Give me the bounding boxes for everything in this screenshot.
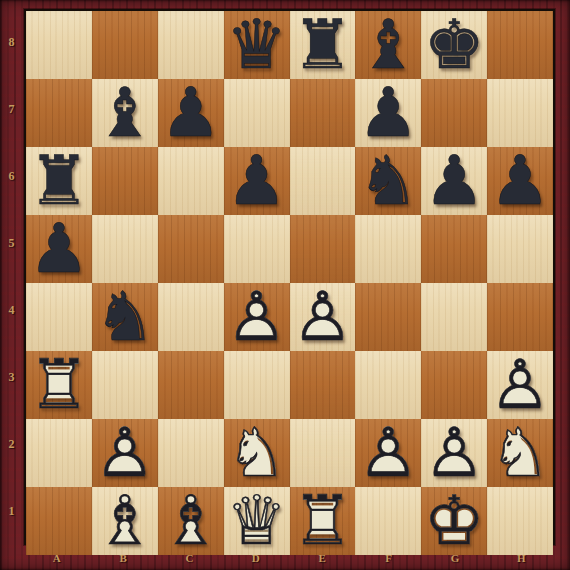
piece-glyph: ♟ [490,147,551,215]
piece-outline-glyph: ♙ [355,419,421,487]
black-queen-icon[interactable]: ♛ [224,11,290,79]
rank-label: 4 [1,277,22,344]
square-e8[interactable]: ♜ [290,11,356,79]
black-pawn-icon[interactable]: ♟ [26,215,92,283]
piece-glyph: ♝ [358,11,419,79]
square-c3[interactable] [158,351,224,419]
rank-label: 2 [1,411,22,478]
file-labels: ABCDEFGH [24,547,555,568]
square-f5[interactable] [355,215,421,283]
square-b1[interactable]: ♝♗ [92,487,158,555]
square-h2[interactable]: ♞♘ [487,419,553,487]
file-label: D [223,547,289,568]
rank-labels: 87654321 [1,9,22,545]
file-label: G [422,547,488,568]
square-e2[interactable] [290,419,356,487]
rank-label: 6 [1,143,22,210]
white-queen-icon[interactable]: ♛♕ [224,487,290,555]
piece-outline-glyph: ♖ [26,351,92,419]
square-b6[interactable] [92,147,158,215]
piece-outline-glyph: ♘ [487,419,553,487]
square-e6[interactable] [290,147,356,215]
square-c5[interactable] [158,215,224,283]
square-c6[interactable] [158,147,224,215]
piece-outline-glyph: ♖ [290,487,356,555]
square-h4[interactable] [487,283,553,351]
white-bishop-icon[interactable]: ♝♗ [92,487,158,555]
piece-outline-glyph: ♗ [92,487,158,555]
square-f1[interactable] [355,487,421,555]
white-pawn-icon[interactable]: ♟♙ [290,283,356,351]
square-g2[interactable]: ♟♙ [421,419,487,487]
square-d3[interactable] [224,351,290,419]
file-label: A [24,547,90,568]
square-h8[interactable] [487,11,553,79]
white-pawn-icon[interactable]: ♟♙ [92,419,158,487]
chess-board: ♛♜♝♚♝♟♟♜♟♞♟♟♟♞♟♙♟♙♜♖♟♙♟♙♞♘♟♙♟♙♞♘♝♗♝♗♛♕♜♖… [24,9,555,545]
piece-glyph: ♟ [358,79,419,147]
square-d8[interactable]: ♛ [224,11,290,79]
rank-label: 7 [1,76,22,143]
square-a8[interactable] [26,11,92,79]
piece-glyph: ♚ [424,11,485,79]
square-b5[interactable] [92,215,158,283]
white-knight-icon[interactable]: ♞♘ [224,419,290,487]
square-g7[interactable] [421,79,487,147]
square-e1[interactable]: ♜♖ [290,487,356,555]
piece-outline-glyph: ♙ [290,283,356,351]
square-g5[interactable] [421,215,487,283]
square-d5[interactable] [224,215,290,283]
black-rook-icon[interactable]: ♜ [26,147,92,215]
black-pawn-icon[interactable]: ♟ [158,79,224,147]
rank-label: 3 [1,344,22,411]
piece-glyph: ♟ [160,79,221,147]
file-label: C [157,547,223,568]
piece-glyph: ♟ [424,147,485,215]
piece-glyph: ♜ [292,11,353,79]
square-g6[interactable]: ♟ [421,147,487,215]
square-d7[interactable] [224,79,290,147]
white-pawn-icon[interactable]: ♟♙ [355,419,421,487]
piece-outline-glyph: ♙ [487,351,553,419]
piece-outline-glyph: ♕ [224,487,290,555]
square-h1[interactable] [487,487,553,555]
piece-glyph: ♞ [94,283,155,351]
square-e3[interactable] [290,351,356,419]
black-knight-icon[interactable]: ♞ [355,147,421,215]
square-a3[interactable]: ♜♖ [26,351,92,419]
square-f2[interactable]: ♟♙ [355,419,421,487]
black-rook-icon[interactable]: ♜ [290,11,356,79]
square-a7[interactable] [26,79,92,147]
piece-glyph: ♛ [226,11,287,79]
white-rook-icon[interactable]: ♜♖ [290,487,356,555]
white-king-icon[interactable]: ♚♔ [421,487,487,555]
square-c1[interactable]: ♝♗ [158,487,224,555]
square-e4[interactable]: ♟♙ [290,283,356,351]
square-e7[interactable] [290,79,356,147]
square-h6[interactable]: ♟ [487,147,553,215]
board-frame: 87654321 ABCDEFGH ♛♜♝♚♝♟♟♜♟♞♟♟♟♞♟♙♟♙♜♖♟♙… [0,0,570,570]
square-a6[interactable]: ♜ [26,147,92,215]
square-g3[interactable] [421,351,487,419]
square-c8[interactable] [158,11,224,79]
square-e5[interactable] [290,215,356,283]
file-label: H [489,547,555,568]
square-d4[interactable]: ♟♙ [224,283,290,351]
black-king-icon[interactable]: ♚ [421,11,487,79]
square-a5[interactable]: ♟ [26,215,92,283]
black-pawn-icon[interactable]: ♟ [224,147,290,215]
black-bishop-icon[interactable]: ♝ [355,11,421,79]
white-pawn-icon[interactable]: ♟♙ [421,419,487,487]
piece-glyph: ♞ [358,147,419,215]
square-g4[interactable] [421,283,487,351]
piece-outline-glyph: ♗ [158,487,224,555]
square-h5[interactable] [487,215,553,283]
white-rook-icon[interactable]: ♜♖ [26,351,92,419]
square-c7[interactable]: ♟ [158,79,224,147]
white-bishop-icon[interactable]: ♝♗ [158,487,224,555]
black-pawn-icon[interactable]: ♟ [487,147,553,215]
black-knight-icon[interactable]: ♞ [92,283,158,351]
square-g1[interactable]: ♚♔ [421,487,487,555]
piece-glyph: ♝ [94,79,155,147]
rank-label: 5 [1,210,22,277]
piece-glyph: ♜ [28,147,89,215]
black-pawn-icon[interactable]: ♟ [421,147,487,215]
file-label: B [90,547,156,568]
square-d1[interactable]: ♛♕ [224,487,290,555]
square-f6[interactable]: ♞ [355,147,421,215]
piece-glyph: ♟ [226,147,287,215]
square-d6[interactable]: ♟ [224,147,290,215]
square-b7[interactable]: ♝ [92,79,158,147]
square-f7[interactable]: ♟ [355,79,421,147]
rank-label: 1 [1,478,22,545]
piece-outline-glyph: ♙ [224,283,290,351]
square-h3[interactable]: ♟♙ [487,351,553,419]
square-f8[interactable]: ♝ [355,11,421,79]
white-pawn-icon[interactable]: ♟♙ [487,351,553,419]
file-label: F [356,547,422,568]
white-pawn-icon[interactable]: ♟♙ [224,283,290,351]
square-b2[interactable]: ♟♙ [92,419,158,487]
black-pawn-icon[interactable]: ♟ [355,79,421,147]
piece-outline-glyph: ♘ [224,419,290,487]
square-a1[interactable] [26,487,92,555]
square-f3[interactable] [355,351,421,419]
piece-glyph: ♟ [28,215,89,283]
square-b4[interactable]: ♞ [92,283,158,351]
piece-outline-glyph: ♔ [421,487,487,555]
square-b8[interactable] [92,11,158,79]
square-b3[interactable] [92,351,158,419]
piece-outline-glyph: ♙ [421,419,487,487]
file-label: E [290,547,356,568]
square-a4[interactable] [26,283,92,351]
square-g8[interactable]: ♚ [421,11,487,79]
square-h7[interactable] [487,79,553,147]
square-f4[interactable] [355,283,421,351]
square-a2[interactable] [26,419,92,487]
square-d2[interactable]: ♞♘ [224,419,290,487]
rank-label: 8 [1,9,22,76]
square-c2[interactable] [158,419,224,487]
black-bishop-icon[interactable]: ♝ [92,79,158,147]
white-knight-icon[interactable]: ♞♘ [487,419,553,487]
square-c4[interactable] [158,283,224,351]
piece-outline-glyph: ♙ [92,419,158,487]
